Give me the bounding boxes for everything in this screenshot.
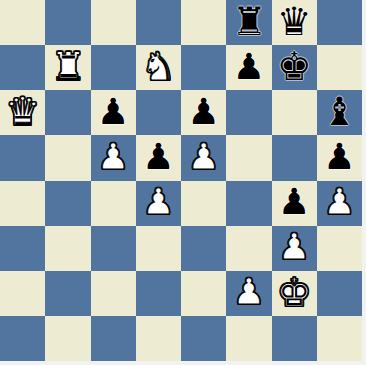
square-a4[interactable] [0, 181, 45, 226]
square-h8[interactable] [317, 0, 362, 45]
square-g7[interactable]: ♚ [272, 45, 317, 90]
square-e7[interactable] [181, 45, 226, 90]
white-queen[interactable]: ♛ [5, 92, 40, 131]
black-pawn[interactable]: ♟ [323, 139, 355, 175]
square-h5[interactable]: ♟ [317, 135, 362, 180]
square-b5[interactable] [45, 135, 90, 180]
square-f8[interactable]: ♜ [226, 0, 271, 45]
white-pawn[interactable]: ♟ [278, 229, 310, 265]
square-h4[interactable]: ♟ [317, 181, 362, 226]
square-f2[interactable]: ♟ [226, 271, 271, 316]
square-h3[interactable] [317, 226, 362, 271]
square-b1[interactable] [45, 316, 90, 361]
square-a1[interactable] [0, 316, 45, 361]
black-pawn[interactable]: ♟ [233, 49, 265, 85]
square-f6[interactable] [226, 90, 271, 135]
square-b8[interactable] [45, 0, 90, 45]
square-c5[interactable]: ♟ [91, 135, 136, 180]
square-f4[interactable] [226, 181, 271, 226]
square-f1[interactable] [226, 316, 271, 361]
white-rook[interactable]: ♜ [50, 47, 85, 86]
square-b6[interactable] [45, 90, 90, 135]
square-a6[interactable]: ♛ [0, 90, 45, 135]
square-c2[interactable] [91, 271, 136, 316]
square-a5[interactable] [0, 135, 45, 180]
square-d6[interactable] [136, 90, 181, 135]
black-queen[interactable]: ♛ [277, 2, 312, 41]
square-d7[interactable]: ♞ [136, 45, 181, 90]
chess-diagram: ♜♛♜♞♟♚♛♟♟♝♟♟♟♟♟♟♟♟♟♚ [0, 0, 366, 365]
square-d1[interactable] [136, 316, 181, 361]
square-d2[interactable] [136, 271, 181, 316]
black-pawn[interactable]: ♟ [97, 94, 129, 130]
black-pawn[interactable]: ♟ [278, 184, 310, 220]
white-pawn[interactable]: ♟ [187, 139, 219, 175]
square-b4[interactable] [45, 181, 90, 226]
black-king[interactable]: ♚ [277, 47, 312, 86]
square-g6[interactable] [272, 90, 317, 135]
white-pawn[interactable]: ♟ [323, 184, 355, 220]
square-c6[interactable]: ♟ [91, 90, 136, 135]
white-knight[interactable]: ♞ [141, 47, 176, 86]
square-h6[interactable]: ♝ [317, 90, 362, 135]
white-pawn[interactable]: ♟ [142, 184, 174, 220]
square-b2[interactable] [45, 271, 90, 316]
square-b7[interactable]: ♜ [45, 45, 90, 90]
square-f3[interactable] [226, 226, 271, 271]
black-bishop[interactable]: ♝ [322, 92, 357, 131]
square-e3[interactable] [181, 226, 226, 271]
square-e4[interactable] [181, 181, 226, 226]
square-h2[interactable] [317, 271, 362, 316]
square-h7[interactable] [317, 45, 362, 90]
square-d5[interactable]: ♟ [136, 135, 181, 180]
square-c8[interactable] [91, 0, 136, 45]
square-c4[interactable] [91, 181, 136, 226]
square-a2[interactable] [0, 271, 45, 316]
square-f5[interactable] [226, 135, 271, 180]
square-a8[interactable] [0, 0, 45, 45]
black-pawn[interactable]: ♟ [142, 139, 174, 175]
square-e6[interactable]: ♟ [181, 90, 226, 135]
black-pawn[interactable]: ♟ [187, 94, 219, 130]
black-rook[interactable]: ♜ [231, 2, 266, 41]
white-pawn[interactable]: ♟ [233, 274, 265, 310]
square-e8[interactable] [181, 0, 226, 45]
square-f7[interactable]: ♟ [226, 45, 271, 90]
square-d3[interactable] [136, 226, 181, 271]
square-e1[interactable] [181, 316, 226, 361]
chess-board: ♜♛♜♞♟♚♛♟♟♝♟♟♟♟♟♟♟♟♟♚ [0, 0, 362, 361]
square-e5[interactable]: ♟ [181, 135, 226, 180]
square-d4[interactable]: ♟ [136, 181, 181, 226]
square-g8[interactable]: ♛ [272, 0, 317, 45]
square-d8[interactable] [136, 0, 181, 45]
square-g2[interactable]: ♚ [272, 271, 317, 316]
square-g3[interactable]: ♟ [272, 226, 317, 271]
square-c7[interactable] [91, 45, 136, 90]
square-e2[interactable] [181, 271, 226, 316]
square-a3[interactable] [0, 226, 45, 271]
square-b3[interactable] [45, 226, 90, 271]
square-c1[interactable] [91, 316, 136, 361]
square-a7[interactable] [0, 45, 45, 90]
white-king[interactable]: ♚ [277, 273, 312, 312]
square-g4[interactable]: ♟ [272, 181, 317, 226]
square-g1[interactable] [272, 316, 317, 361]
square-g5[interactable] [272, 135, 317, 180]
white-pawn[interactable]: ♟ [97, 139, 129, 175]
square-h1[interactable] [317, 316, 362, 361]
square-c3[interactable] [91, 226, 136, 271]
